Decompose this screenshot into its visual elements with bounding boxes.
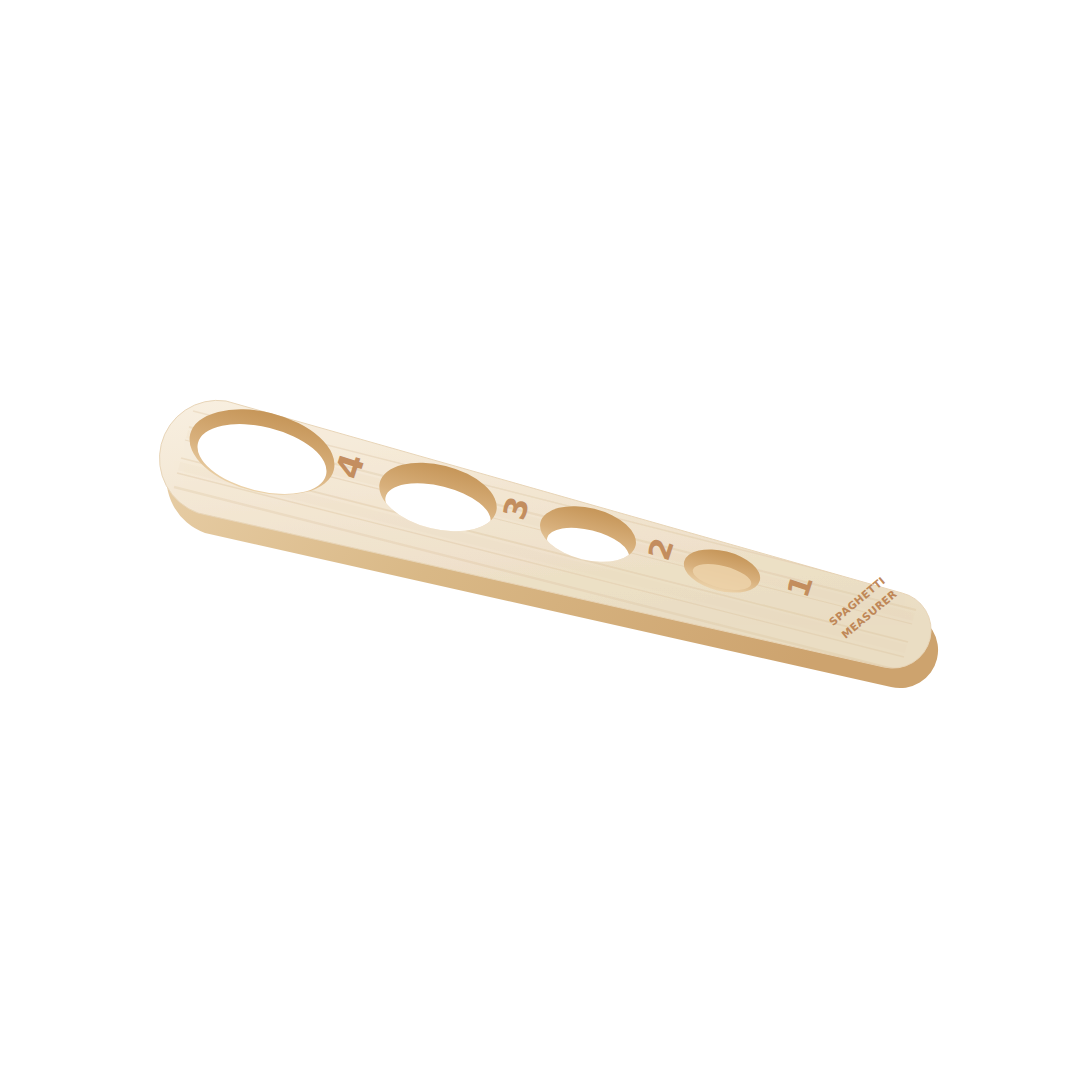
spaghetti-measurer-illustration: 4 3 2 1 SPAGHETTI MEASURER (0, 0, 1080, 1080)
product-photo: 4 3 2 1 SPAGHETTI MEASURER (0, 0, 1080, 1080)
